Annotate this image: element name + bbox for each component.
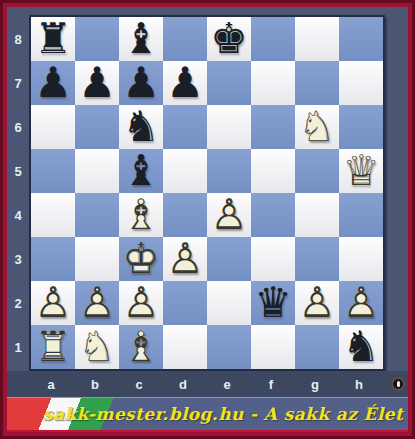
square-d7[interactable]: ♟ [163,61,207,105]
file-label-h: h [337,377,381,392]
square-a8[interactable]: ♜ [31,17,75,61]
square-b1[interactable]: ♞♘ [75,325,119,369]
square-c4[interactable]: ♝♗ [119,193,163,237]
square-c2[interactable]: ♟♙ [119,281,163,325]
square-c1[interactable]: ♝♗ [119,325,163,369]
piece-white-pawn: ♟♙ [119,281,163,325]
square-a4[interactable] [31,193,75,237]
rank-labels: 87654321 [7,15,29,371]
square-h2[interactable]: ♟♙ [339,281,383,325]
footer-banner-text[interactable]: sakk-mester.blog.hu - A sakk az Élet szi… [43,404,408,424]
square-g1[interactable] [295,325,339,369]
file-label-a: a [29,377,73,392]
square-f1[interactable] [251,325,295,369]
square-e1[interactable] [207,325,251,369]
rank-label-4: 4 [7,193,29,237]
piece-white-king: ♚♔ [119,237,163,281]
square-a1[interactable]: ♜♖ [31,325,75,369]
square-a7[interactable]: ♟ [31,61,75,105]
square-e7[interactable] [207,61,251,105]
rank-label-2: 2 [7,281,29,325]
square-f2[interactable]: ♛ [251,281,295,325]
square-e8[interactable]: ♚ [207,17,251,61]
chess-board: ♜♝♚♟♟♟♟♞♞♘♝♛♕♝♗♟♙♚♔♟♙♟♙♟♙♟♙♛♟♙♟♙♜♖♞♘♝♗♞ [29,15,385,371]
square-g3[interactable] [295,237,339,281]
piece-white-pawn: ♟♙ [163,237,207,281]
rank-label-3: 3 [7,237,29,281]
file-label-b: b [73,377,117,392]
piece-black-knight: ♞ [119,105,163,149]
piece-white-pawn: ♟♙ [75,281,119,325]
square-d6[interactable] [163,105,207,149]
piece-black-bishop: ♝ [119,17,163,61]
square-g6[interactable]: ♞♘ [295,105,339,149]
file-label-g: g [293,377,337,392]
square-h5[interactable]: ♛♕ [339,149,383,193]
piece-black-bishop: ♝ [119,149,163,193]
rank-label-1: 1 [7,325,29,369]
square-g7[interactable] [295,61,339,105]
square-f8[interactable] [251,17,295,61]
piece-black-knight: ♞ [339,325,383,369]
piece-white-knight: ♞♘ [295,105,339,149]
square-d3[interactable]: ♟♙ [163,237,207,281]
piece-white-knight: ♞♘ [75,325,119,369]
piece-white-pawn: ♟♙ [339,281,383,325]
piece-white-pawn: ♟♙ [295,281,339,325]
square-e2[interactable] [207,281,251,325]
piece-white-rook: ♜♖ [31,325,75,369]
square-b5[interactable] [75,149,119,193]
file-label-d: d [161,377,205,392]
flip-board-icon-slit [397,381,400,387]
square-h6[interactable] [339,105,383,149]
square-e5[interactable] [207,149,251,193]
square-h4[interactable] [339,193,383,237]
square-a6[interactable] [31,105,75,149]
board-area: 87654321 ♜♝♚♟♟♟♟♞♞♘♝♛♕♝♗♟♙♚♔♟♙♟♙♟♙♟♙♛♟♙♟… [7,15,408,371]
square-d4[interactable] [163,193,207,237]
square-a2[interactable]: ♟♙ [31,281,75,325]
piece-black-pawn: ♟ [119,61,163,105]
piece-black-queen: ♛ [251,281,295,325]
square-f3[interactable] [251,237,295,281]
piece-white-queen: ♛♕ [339,149,383,193]
file-label-e: e [205,377,249,392]
square-f6[interactable] [251,105,295,149]
square-f4[interactable] [251,193,295,237]
square-h8[interactable] [339,17,383,61]
piece-black-rook: ♜ [31,17,75,61]
piece-black-pawn: ♟ [163,61,207,105]
square-a5[interactable] [31,149,75,193]
square-d8[interactable] [163,17,207,61]
square-e3[interactable] [207,237,251,281]
file-label-c: c [117,377,161,392]
square-c5[interactable]: ♝ [119,149,163,193]
file-label-f: f [249,377,293,392]
square-g8[interactable] [295,17,339,61]
board-frame: 87654321 ♜♝♚♟♟♟♟♞♞♘♝♛♕♝♗♟♙♚♔♟♙♟♙♟♙♟♙♛♟♙♟… [7,7,408,432]
square-d1[interactable] [163,325,207,369]
square-c3[interactable]: ♚♔ [119,237,163,281]
square-h7[interactable] [339,61,383,105]
flip-board-icon[interactable] [393,379,403,389]
piece-black-king: ♚ [207,17,251,61]
file-labels: abcdefgh [7,371,408,397]
rank-label-5: 5 [7,149,29,193]
square-a3[interactable] [31,237,75,281]
square-b7[interactable]: ♟ [75,61,119,105]
square-d5[interactable] [163,149,207,193]
square-c6[interactable]: ♞ [119,105,163,149]
piece-black-pawn: ♟ [31,61,75,105]
square-g4[interactable] [295,193,339,237]
piece-black-pawn: ♟ [75,61,119,105]
square-b6[interactable] [75,105,119,149]
square-h3[interactable] [339,237,383,281]
square-b3[interactable] [75,237,119,281]
rank-label-8: 8 [7,17,29,61]
piece-white-bishop: ♝♗ [119,193,163,237]
footer-banner: sakk-mester.blog.hu - A sakk az Élet szi… [7,397,408,432]
piece-white-pawn: ♟♙ [207,193,251,237]
square-f7[interactable] [251,61,295,105]
square-h1[interactable]: ♞ [339,325,383,369]
square-g2[interactable]: ♟♙ [295,281,339,325]
square-d2[interactable] [163,281,207,325]
square-b4[interactable] [75,193,119,237]
square-b8[interactable] [75,17,119,61]
square-c8[interactable]: ♝ [119,17,163,61]
square-f5[interactable] [251,149,295,193]
square-c7[interactable]: ♟ [119,61,163,105]
square-b2[interactable]: ♟♙ [75,281,119,325]
square-e6[interactable] [207,105,251,149]
chess-app-window: 87654321 ♜♝♚♟♟♟♟♞♞♘♝♛♕♝♗♟♙♚♔♟♙♟♙♟♙♟♙♛♟♙♟… [0,0,415,439]
square-g5[interactable] [295,149,339,193]
piece-white-bishop: ♝♗ [119,325,163,369]
rank-label-6: 6 [7,105,29,149]
square-e4[interactable]: ♟♙ [207,193,251,237]
piece-white-pawn: ♟♙ [31,281,75,325]
rank-label-7: 7 [7,61,29,105]
